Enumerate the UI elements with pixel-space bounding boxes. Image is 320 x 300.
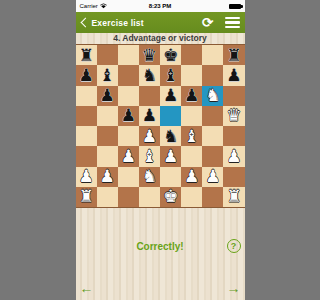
black-pawn: ♟ <box>142 107 157 124</box>
app-screen: Carrier 8:23 PM Exercise list ⟳ 4. Advan… <box>76 0 245 300</box>
square-g7[interactable] <box>202 65 223 85</box>
black-bishop: ♝ <box>163 67 178 84</box>
black-queen: ♛ <box>142 47 157 64</box>
square-h7[interactable]: ♟ <box>223 65 244 85</box>
back-label: Exercise list <box>92 18 144 28</box>
square-e8[interactable]: ♚ <box>160 45 181 65</box>
square-a4[interactable] <box>76 126 97 146</box>
black-rook: ♜ <box>226 47 241 64</box>
white-queen: ♛ <box>226 107 241 124</box>
previous-exercise-button[interactable]: ← <box>80 278 94 298</box>
square-e6[interactable]: ♟ <box>160 86 181 106</box>
square-a6[interactable] <box>76 86 97 106</box>
white-pawn: ♟ <box>205 168 220 185</box>
white-pawn: ♟ <box>121 148 136 165</box>
square-f2[interactable]: ♟ <box>181 167 202 187</box>
white-bishop: ♝ <box>142 148 157 165</box>
square-d1[interactable] <box>139 187 160 207</box>
square-c1[interactable] <box>118 187 139 207</box>
square-d8[interactable]: ♛ <box>139 45 160 65</box>
feedback-row: Correctly! ? <box>76 238 245 256</box>
square-c7[interactable] <box>118 65 139 85</box>
square-a1[interactable]: ♜ <box>76 187 97 207</box>
carrier-label: Carrier <box>80 3 98 9</box>
square-h6[interactable] <box>223 86 244 106</box>
white-rook: ♜ <box>226 188 241 205</box>
white-knight: ♞ <box>142 168 157 185</box>
square-b6[interactable]: ♟ <box>97 86 118 106</box>
square-a2[interactable]: ♟ <box>76 167 97 187</box>
square-b7[interactable]: ♝ <box>97 65 118 85</box>
clock: 8:23 PM <box>130 3 191 9</box>
square-d4[interactable]: ♟ <box>139 126 160 146</box>
white-knight: ♞ <box>205 87 220 104</box>
white-bishop: ♝ <box>184 128 199 145</box>
square-e3[interactable]: ♟ <box>160 146 181 166</box>
square-h4[interactable] <box>223 126 244 146</box>
black-bishop: ♝ <box>100 67 115 84</box>
exercise-title: 4. Advantage or victory <box>76 33 245 44</box>
square-g6[interactable]: ♞ <box>202 86 223 106</box>
status-bar: Carrier 8:23 PM <box>76 0 245 12</box>
help-button[interactable]: ? <box>227 239 241 253</box>
square-h3[interactable]: ♟ <box>223 146 244 166</box>
square-d2[interactable]: ♞ <box>139 167 160 187</box>
square-c6[interactable] <box>118 86 139 106</box>
next-exercise-button[interactable]: → <box>227 278 241 298</box>
square-c4[interactable] <box>118 126 139 146</box>
white-pawn: ♟ <box>184 168 199 185</box>
bottom-nav: ← → <box>76 278 245 298</box>
refresh-icon[interactable]: ⟳ <box>201 16 212 29</box>
white-pawn: ♟ <box>78 168 93 185</box>
square-a7[interactable]: ♟ <box>76 65 97 85</box>
square-f5[interactable] <box>181 106 202 126</box>
white-pawn: ♟ <box>226 148 241 165</box>
square-a8[interactable]: ♜ <box>76 45 97 65</box>
square-d6[interactable] <box>139 86 160 106</box>
black-king: ♚ <box>163 47 178 64</box>
square-g1[interactable] <box>202 187 223 207</box>
square-g8[interactable] <box>202 45 223 65</box>
battery-icon <box>229 4 241 9</box>
square-c8[interactable] <box>118 45 139 65</box>
square-g3[interactable] <box>202 146 223 166</box>
square-b5[interactable] <box>97 106 118 126</box>
black-pawn: ♟ <box>100 87 115 104</box>
black-pawn: ♟ <box>226 67 241 84</box>
square-e7[interactable]: ♝ <box>160 65 181 85</box>
black-rook: ♜ <box>78 47 93 64</box>
black-pawn: ♟ <box>78 67 93 84</box>
square-c5[interactable]: ♟ <box>118 106 139 126</box>
square-g2[interactable]: ♟ <box>202 167 223 187</box>
square-h5[interactable]: ♛ <box>223 106 244 126</box>
nav-header: Exercise list ⟳ <box>76 12 245 33</box>
square-d5[interactable]: ♟ <box>139 106 160 126</box>
result-message: Correctly! <box>76 238 245 256</box>
back-chevron-icon <box>80 18 90 28</box>
square-f8[interactable] <box>181 45 202 65</box>
square-b8[interactable] <box>97 45 118 65</box>
square-h1[interactable]: ♜ <box>223 187 244 207</box>
black-pawn: ♟ <box>121 107 136 124</box>
white-pawn: ♟ <box>142 128 157 145</box>
menu-icon[interactable] <box>225 15 240 30</box>
square-h2[interactable] <box>223 167 244 187</box>
square-f3[interactable] <box>181 146 202 166</box>
black-knight: ♞ <box>163 128 178 145</box>
square-c2[interactable] <box>118 167 139 187</box>
black-knight: ♞ <box>142 67 157 84</box>
square-f1[interactable] <box>181 187 202 207</box>
white-pawn: ♟ <box>163 148 178 165</box>
back-button[interactable]: Exercise list <box>81 18 144 28</box>
square-b4[interactable] <box>97 126 118 146</box>
chess-board[interactable]: ♜♛♚♜♟♝♞♝♟♟♟♟♞♟♟♛♟♞♝♟♝♟♟♟♟♞♟♟♜♚♜ <box>76 44 245 208</box>
square-d3[interactable]: ♝ <box>139 146 160 166</box>
square-f6[interactable]: ♟ <box>181 86 202 106</box>
black-pawn: ♟ <box>184 87 199 104</box>
white-rook: ♜ <box>78 188 93 205</box>
square-h8[interactable]: ♜ <box>223 45 244 65</box>
square-f4[interactable]: ♝ <box>181 126 202 146</box>
square-a5[interactable] <box>76 106 97 126</box>
white-king: ♚ <box>163 188 178 205</box>
square-b1[interactable] <box>97 187 118 207</box>
wifi-icon <box>100 3 107 9</box>
square-g4[interactable] <box>202 126 223 146</box>
square-c3[interactable]: ♟ <box>118 146 139 166</box>
white-pawn: ♟ <box>100 168 115 185</box>
black-pawn: ♟ <box>163 87 178 104</box>
square-g5[interactable] <box>202 106 223 126</box>
square-e2[interactable] <box>160 167 181 187</box>
square-b3[interactable] <box>97 146 118 166</box>
square-e1[interactable]: ♚ <box>160 187 181 207</box>
square-e4[interactable]: ♞ <box>160 126 181 146</box>
square-e5[interactable] <box>160 106 181 126</box>
square-d7[interactable]: ♞ <box>139 65 160 85</box>
square-a3[interactable] <box>76 146 97 166</box>
square-b2[interactable]: ♟ <box>97 167 118 187</box>
square-f7[interactable] <box>181 65 202 85</box>
